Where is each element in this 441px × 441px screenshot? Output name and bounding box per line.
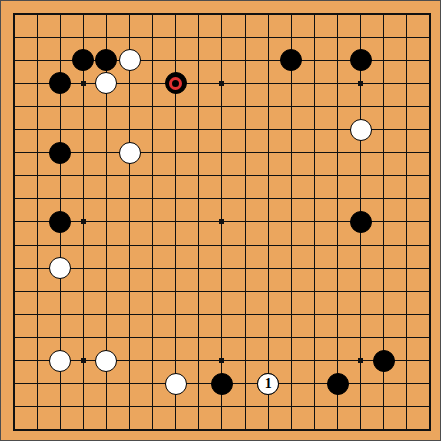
star-point [81,81,86,86]
grid-line-horizontal [13,291,431,292]
grid-line-horizontal [13,314,431,315]
stone-black [49,211,71,233]
grid-line-vertical [406,13,407,431]
grid-line-horizontal [13,406,431,407]
grid-line-vertical [291,13,292,431]
grid-line-vertical [268,13,269,431]
grid-line-horizontal [13,245,431,246]
stone-black [350,211,372,233]
stone-white [95,72,117,94]
star-point [219,358,224,363]
stone-black [211,373,233,395]
move-number-label: 1 [257,373,279,395]
stone-white [119,142,141,164]
stone-black [72,49,94,71]
star-point [219,81,224,86]
grid-line-vertical [337,13,338,431]
star-point [358,81,363,86]
stone-black [350,49,372,71]
stone-black [49,72,71,94]
stone-white [49,350,71,372]
star-point [81,219,86,224]
stone-black [95,49,117,71]
stone-black [373,350,395,372]
go-board: 1 [0,0,441,441]
stone-black [327,373,349,395]
grid-line-horizontal [13,268,431,269]
grid-line-horizontal [13,337,431,338]
stone-white [95,350,117,372]
star-point [219,219,224,224]
stone-black [280,49,302,71]
stone-white [119,49,141,71]
stone-white [165,373,187,395]
grid-line-vertical [245,13,246,431]
stone-black [49,142,71,164]
star-point [358,358,363,363]
stone-white [350,119,372,141]
grid-line-horizontal [13,429,431,431]
stone-white [49,257,71,279]
grid-line-vertical [429,13,431,431]
grid-line-vertical [314,13,315,431]
star-point [81,358,86,363]
